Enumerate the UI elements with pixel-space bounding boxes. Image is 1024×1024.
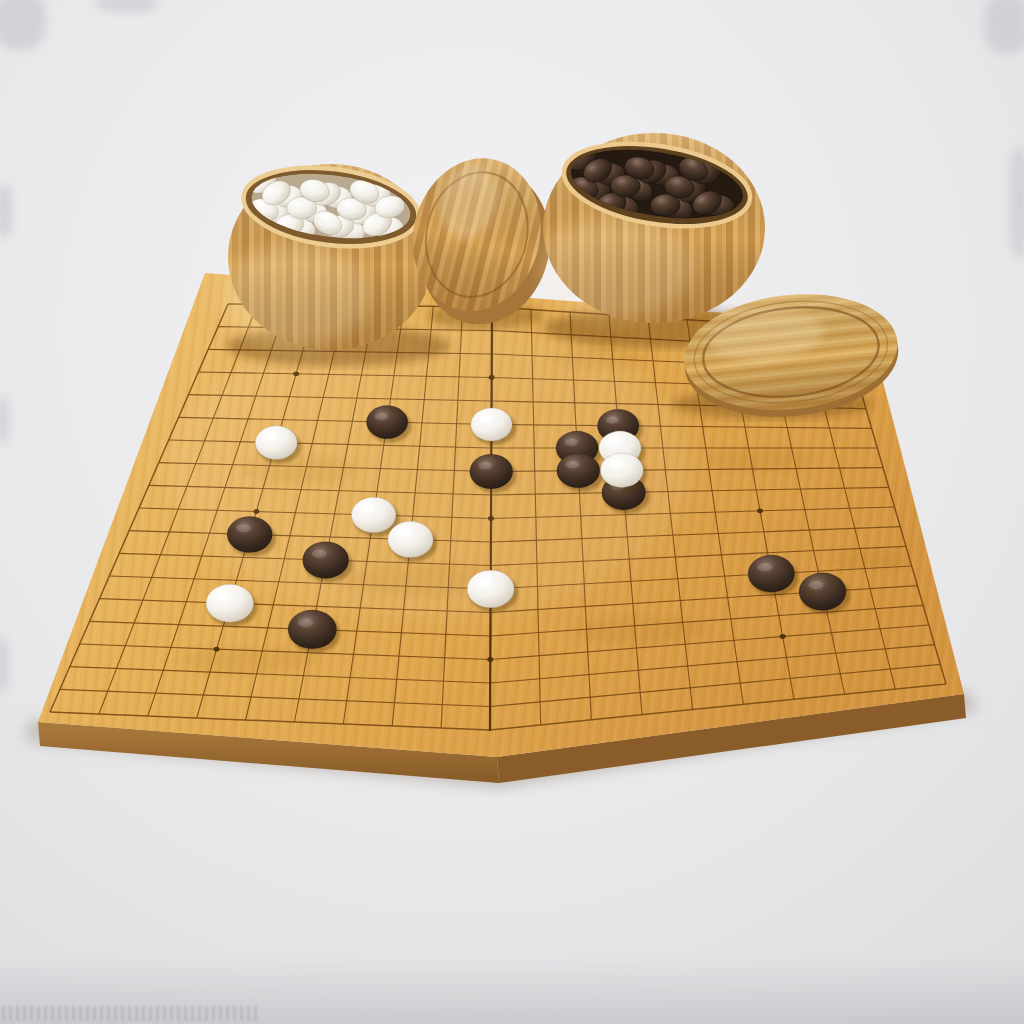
bowl-of-black-stones [537,132,765,323]
watermark-smudge [2,1006,260,1021]
stone-black [303,542,349,579]
go-set-photo [0,0,1024,1024]
stone-white [351,497,396,533]
photo-artifact-smudge [96,0,158,12]
stone-black [799,573,846,611]
stone-black [288,610,336,649]
stone-white [467,570,514,608]
photo-artifact-smudge [0,184,12,238]
stone-white [255,426,297,460]
stone-black [557,453,600,487]
photo-artifact-smudge [0,396,9,444]
photo-artifact-smudge [1010,146,1024,258]
stone-white [600,453,643,487]
stone-black [748,555,795,592]
photo-artifact-smudge [0,0,46,50]
bowl-of-white-stones [222,159,434,350]
stone-black [470,454,513,488]
stone-white [206,584,254,622]
stone-white [388,521,433,557]
stone-black [227,516,272,552]
stone-black [366,406,407,439]
photo-artifact-smudge [984,0,1024,54]
go-scene-canvas [0,0,1024,1024]
photo-artifact-smudge [0,636,8,692]
stone-white [471,408,512,441]
